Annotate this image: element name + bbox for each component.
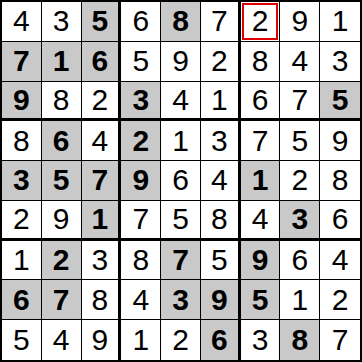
cell-digit: 1 (172, 124, 189, 158)
cell-r4c5[interactable]: 1 (161, 121, 201, 161)
cell-r1c7[interactable]: 2 (241, 2, 281, 42)
cell-digit: 8 (13, 124, 30, 158)
cell-digit: 2 (291, 163, 308, 197)
cell-r7c9[interactable]: 4 (320, 241, 360, 281)
cell-r6c3[interactable]: 1 (82, 201, 122, 241)
cell-r5c7[interactable]: 1 (241, 161, 281, 201)
cell-r5c8[interactable]: 2 (280, 161, 320, 201)
cell-digit: 5 (291, 124, 308, 158)
cell-r6c2[interactable]: 9 (42, 201, 82, 241)
cell-r3c3[interactable]: 2 (82, 82, 122, 122)
cell-r1c9[interactable]: 1 (320, 2, 360, 42)
cell-digit: 3 (132, 83, 149, 117)
cell-r3c4[interactable]: 3 (121, 82, 161, 122)
cell-digit: 2 (252, 4, 269, 38)
cell-digit: 9 (211, 283, 228, 317)
cell-r4c2[interactable]: 6 (42, 121, 82, 161)
cell-digit: 3 (53, 4, 70, 38)
cell-r6c4[interactable]: 7 (121, 201, 161, 241)
cell-r8c8[interactable]: 1 (280, 280, 320, 320)
cell-r9c2[interactable]: 4 (42, 320, 82, 360)
cell-digit: 4 (291, 44, 308, 78)
cell-digit: 3 (211, 124, 228, 158)
cell-r2c5[interactable]: 9 (161, 42, 201, 82)
cell-digit: 8 (132, 243, 149, 277)
cell-r8c4[interactable]: 4 (121, 280, 161, 320)
cell-digit: 3 (291, 202, 308, 236)
cell-r1c8[interactable]: 9 (280, 2, 320, 42)
cell-digit: 5 (13, 323, 30, 357)
cell-r7c8[interactable]: 6 (280, 241, 320, 281)
cell-digit: 5 (211, 243, 228, 277)
cell-digit: 9 (132, 163, 149, 197)
cell-digit: 2 (211, 44, 228, 78)
cell-r8c3[interactable]: 8 (82, 280, 122, 320)
cell-r1c3[interactable]: 5 (82, 2, 122, 42)
cell-digit: 7 (13, 44, 30, 78)
cell-r3c5[interactable]: 4 (161, 82, 201, 122)
cell-r7c6[interactable]: 5 (201, 241, 241, 281)
cell-digit: 5 (252, 283, 269, 317)
cell-digit: 4 (332, 243, 349, 277)
cell-r9c5[interactable]: 2 (161, 320, 201, 360)
cell-digit: 5 (172, 202, 189, 236)
cell-digit: 3 (92, 243, 109, 277)
cell-r8c7[interactable]: 5 (241, 280, 281, 320)
sudoku-board-frame: 4356872917165928439823416758642137593579… (0, 0, 362, 362)
cell-r9c3[interactable]: 9 (82, 320, 122, 360)
cell-r4c6[interactable]: 3 (201, 121, 241, 161)
cell-r2c3[interactable]: 6 (82, 42, 122, 82)
cell-r4c7[interactable]: 7 (241, 121, 281, 161)
cell-r9c6[interactable]: 6 (201, 320, 241, 360)
cell-digit: 6 (252, 83, 269, 117)
cell-digit: 5 (92, 4, 109, 38)
cell-r1c4[interactable]: 6 (121, 2, 161, 42)
cell-digit: 8 (291, 323, 308, 357)
cell-digit: 5 (53, 163, 70, 197)
cell-r7c7[interactable]: 9 (241, 241, 281, 281)
cell-digit: 9 (13, 83, 30, 117)
cell-digit: 3 (332, 44, 349, 78)
cell-r5c4[interactable]: 9 (121, 161, 161, 201)
cell-r2c2[interactable]: 1 (42, 42, 82, 82)
cell-digit: 4 (252, 202, 269, 236)
cell-r8c6[interactable]: 9 (201, 280, 241, 320)
cell-digit: 4 (53, 323, 70, 357)
cell-r2c9[interactable]: 3 (320, 42, 360, 82)
cell-r7c2[interactable]: 2 (42, 241, 82, 281)
cell-r2c1[interactable]: 7 (2, 42, 42, 82)
cell-r2c6[interactable]: 2 (201, 42, 241, 82)
cell-digit: 6 (92, 44, 109, 78)
cell-r6c5[interactable]: 5 (161, 201, 201, 241)
cell-digit: 1 (92, 202, 109, 236)
cell-digit: 9 (92, 323, 109, 357)
cell-r7c4[interactable]: 8 (121, 241, 161, 281)
cell-r4c4[interactable]: 2 (121, 121, 161, 161)
cell-digit: 2 (332, 283, 349, 317)
cell-r5c5[interactable]: 6 (161, 161, 201, 201)
cell-digit: 7 (172, 243, 189, 277)
cell-digit: 4 (132, 283, 149, 317)
cell-r8c5[interactable]: 3 (161, 280, 201, 320)
cell-digit: 2 (172, 323, 189, 357)
cell-digit: 4 (92, 124, 109, 158)
cell-digit: 5 (332, 83, 349, 117)
cell-r9c9[interactable]: 7 (320, 320, 360, 360)
cell-digit: 6 (211, 323, 228, 357)
cell-digit: 1 (332, 4, 349, 38)
cell-r6c9[interactable]: 6 (320, 201, 360, 241)
cell-digit: 2 (132, 124, 149, 158)
cell-digit: 8 (53, 83, 70, 117)
cell-r6c7[interactable]: 4 (241, 201, 281, 241)
cell-r1c5[interactable]: 8 (161, 2, 201, 42)
cell-digit: 4 (172, 83, 189, 117)
cell-r9c1[interactable]: 5 (2, 320, 42, 360)
cell-digit: 3 (172, 283, 189, 317)
cell-r1c1[interactable]: 4 (2, 2, 42, 42)
cell-r7c5[interactable]: 7 (161, 241, 201, 281)
sudoku-board: 4356872917165928439823416758642137593579… (2, 2, 360, 360)
cell-digit: 7 (92, 163, 109, 197)
cell-r4c9[interactable]: 9 (320, 121, 360, 161)
cell-digit: 8 (92, 283, 109, 317)
cell-digit: 9 (53, 202, 70, 236)
cell-digit: 6 (291, 243, 308, 277)
cell-r9c4[interactable]: 1 (121, 320, 161, 360)
cell-digit: 1 (211, 83, 228, 117)
cell-digit: 7 (252, 124, 269, 158)
cell-digit: 7 (291, 83, 308, 117)
cell-r5c1[interactable]: 3 (2, 161, 42, 201)
cell-r4c3[interactable]: 4 (82, 121, 122, 161)
cell-digit: 6 (53, 124, 70, 158)
cell-digit: 7 (332, 323, 349, 357)
cell-digit: 2 (92, 83, 109, 117)
cell-digit: 3 (13, 163, 30, 197)
cell-digit: 6 (332, 202, 349, 236)
cell-digit: 8 (211, 202, 228, 236)
cell-digit: 8 (252, 44, 269, 78)
cell-digit: 9 (291, 4, 308, 38)
cell-r3c1[interactable]: 9 (2, 82, 42, 122)
cell-r7c1[interactable]: 1 (2, 241, 42, 281)
cell-r3c9[interactable]: 5 (320, 82, 360, 122)
cell-digit: 7 (211, 4, 228, 38)
cell-r5c9[interactable]: 8 (320, 161, 360, 201)
cell-digit: 1 (252, 163, 269, 197)
cell-digit: 1 (291, 283, 308, 317)
cell-r8c1[interactable]: 6 (2, 280, 42, 320)
cell-digit: 7 (132, 202, 149, 236)
cell-r3c8[interactable]: 7 (280, 82, 320, 122)
cell-digit: 8 (332, 163, 349, 197)
cell-digit: 6 (132, 4, 149, 38)
cell-r2c7[interactable]: 8 (241, 42, 281, 82)
cell-r5c2[interactable]: 5 (42, 161, 82, 201)
cell-r9c8[interactable]: 8 (280, 320, 320, 360)
cell-digit: 4 (13, 4, 30, 38)
cell-r6c1[interactable]: 2 (2, 201, 42, 241)
cell-digit: 5 (132, 44, 149, 78)
cell-digit: 6 (13, 283, 30, 317)
cell-r2c4[interactable]: 5 (121, 42, 161, 82)
cell-digit: 1 (132, 323, 149, 357)
cell-r3c7[interactable]: 6 (241, 82, 281, 122)
cell-r6c8[interactable]: 3 (280, 201, 320, 241)
cell-digit: 1 (13, 243, 30, 277)
cell-r6c6[interactable]: 8 (201, 201, 241, 241)
cell-r5c3[interactable]: 7 (82, 161, 122, 201)
cell-r5c6[interactable]: 4 (201, 161, 241, 201)
cell-digit: 2 (13, 202, 30, 236)
cell-digit: 8 (172, 4, 189, 38)
cell-digit: 9 (252, 243, 269, 277)
cell-digit: 9 (332, 124, 349, 158)
cell-r7c3[interactable]: 3 (82, 241, 122, 281)
cell-digit: 6 (172, 163, 189, 197)
cell-r1c6[interactable]: 7 (201, 2, 241, 42)
cell-r8c9[interactable]: 2 (320, 280, 360, 320)
cell-r9c7[interactable]: 3 (241, 320, 281, 360)
cell-digit: 7 (53, 283, 70, 317)
cell-r4c1[interactable]: 8 (2, 121, 42, 161)
cell-r3c2[interactable]: 8 (42, 82, 82, 122)
cell-r4c8[interactable]: 5 (280, 121, 320, 161)
cell-r3c6[interactable]: 1 (201, 82, 241, 122)
cell-digit: 9 (172, 44, 189, 78)
cell-r1c2[interactable]: 3 (42, 2, 82, 42)
cell-digit: 1 (53, 44, 70, 78)
cell-digit: 4 (211, 163, 228, 197)
cell-digit: 3 (252, 323, 269, 357)
cell-r2c8[interactable]: 4 (280, 42, 320, 82)
cell-digit: 2 (53, 243, 70, 277)
cell-r8c2[interactable]: 7 (42, 280, 82, 320)
